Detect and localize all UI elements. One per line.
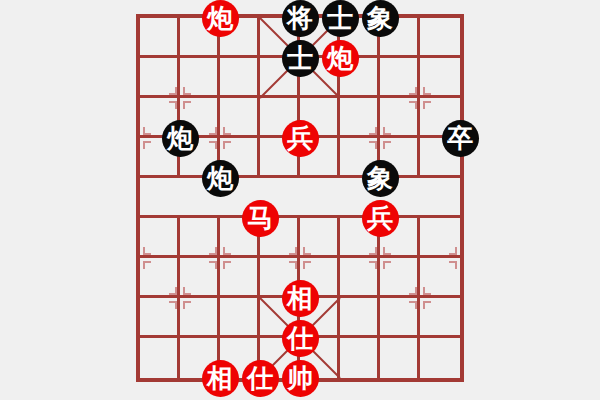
xiangqi-screenshot: 炮将士象士炮炮兵卒炮象马兵相仕相仕帅 — [0, 0, 600, 400]
point-marker-corner — [369, 141, 377, 149]
point-marker-corner — [409, 101, 417, 109]
point-marker-corner — [369, 261, 377, 269]
point-marker-corner — [409, 287, 417, 295]
piece-red-cannon[interactable]: 炮 — [322, 40, 359, 77]
point-marker — [168, 286, 192, 310]
point-marker-corner — [223, 247, 231, 255]
point-marker-corner — [289, 247, 297, 255]
point-marker-corner — [369, 247, 377, 255]
point-marker-corner — [449, 261, 457, 269]
point-marker-corner — [183, 101, 191, 109]
piece-red-horse[interactable]: 马 — [242, 200, 279, 237]
point-marker — [408, 286, 432, 310]
board-cell — [140, 18, 180, 58]
piece-black-elephant[interactable]: 象 — [362, 160, 399, 197]
board-cell — [420, 338, 460, 378]
point-marker-corner — [143, 127, 151, 135]
piece-red-elephant[interactable]: 相 — [202, 360, 239, 397]
piece-black-soldier[interactable]: 卒 — [442, 120, 479, 157]
point-marker — [128, 126, 152, 150]
point-marker-corner — [169, 301, 177, 309]
point-marker-corner — [223, 141, 231, 149]
point-marker-corner — [383, 127, 391, 135]
point-marker-corner — [383, 141, 391, 149]
piece-black-elephant[interactable]: 象 — [362, 0, 399, 37]
point-marker-corner — [169, 101, 177, 109]
board-cell — [420, 178, 460, 218]
point-marker-corner — [209, 127, 217, 135]
piece-black-advisor[interactable]: 士 — [282, 40, 319, 77]
point-marker-corner — [169, 287, 177, 295]
point-marker — [448, 246, 472, 270]
point-marker-corner — [383, 261, 391, 269]
point-marker — [208, 126, 232, 150]
board-cell — [380, 338, 420, 378]
point-marker-corner — [423, 301, 431, 309]
point-marker-corner — [183, 287, 191, 295]
board-cell — [340, 338, 380, 378]
piece-black-cannon[interactable]: 炮 — [162, 120, 199, 157]
point-marker-corner — [423, 287, 431, 295]
point-marker-corner — [449, 247, 457, 255]
piece-black-general[interactable]: 将 — [282, 0, 319, 37]
piece-black-cannon[interactable]: 炮 — [202, 160, 239, 197]
point-marker-corner — [303, 261, 311, 269]
point-marker-corner — [383, 247, 391, 255]
piece-red-soldier[interactable]: 兵 — [362, 200, 399, 237]
board-cell — [140, 178, 180, 218]
point-marker — [128, 246, 152, 270]
point-marker-corner — [303, 247, 311, 255]
point-marker-corner — [223, 127, 231, 135]
point-marker — [168, 86, 192, 110]
point-marker-corner — [423, 101, 431, 109]
board-cell — [300, 178, 340, 218]
board-cell — [220, 58, 260, 98]
point-marker — [368, 246, 392, 270]
point-marker-corner — [409, 301, 417, 309]
point-marker-corner — [409, 87, 417, 95]
board-cell — [420, 18, 460, 58]
piece-red-soldier[interactable]: 兵 — [282, 120, 319, 157]
piece-red-advisor[interactable]: 仕 — [242, 360, 279, 397]
piece-red-general[interactable]: 帅 — [282, 360, 319, 397]
point-marker — [408, 86, 432, 110]
point-marker-corner — [169, 87, 177, 95]
point-marker-corner — [223, 261, 231, 269]
point-marker-corner — [143, 141, 151, 149]
piece-red-advisor[interactable]: 仕 — [282, 320, 319, 357]
point-marker-corner — [183, 301, 191, 309]
point-marker — [208, 246, 232, 270]
piece-red-cannon[interactable]: 炮 — [202, 0, 239, 37]
point-marker — [288, 246, 312, 270]
piece-black-advisor[interactable]: 士 — [322, 0, 359, 37]
board-cell — [140, 338, 180, 378]
piece-red-elephant[interactable]: 相 — [282, 280, 319, 317]
point-marker-corner — [143, 247, 151, 255]
point-marker-corner — [369, 127, 377, 135]
board-cell — [340, 298, 380, 338]
board-cell — [220, 298, 260, 338]
point-marker-corner — [209, 261, 217, 269]
point-marker-corner — [289, 261, 297, 269]
point-marker-corner — [209, 247, 217, 255]
point-marker-corner — [183, 87, 191, 95]
point-marker-corner — [209, 141, 217, 149]
point-marker-corner — [143, 261, 151, 269]
point-marker-corner — [423, 87, 431, 95]
point-marker — [368, 126, 392, 150]
